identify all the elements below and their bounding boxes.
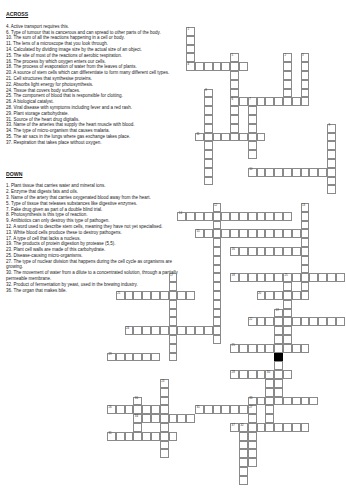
crossword-cell[interactable]	[248, 115, 257, 124]
crossword-cell[interactable]	[274, 97, 283, 106]
crossword-cell[interactable]	[283, 168, 292, 177]
crossword-cell[interactable]	[327, 185, 336, 194]
crossword-cell[interactable]	[274, 397, 283, 406]
crossword-cell[interactable]	[133, 353, 142, 362]
crossword-cell[interactable]	[283, 97, 292, 106]
crossword-cell[interactable]	[318, 168, 327, 177]
crossword-cell[interactable]	[248, 124, 257, 133]
crossword-cell[interactable]	[213, 265, 222, 274]
crossword-cell[interactable]: 22	[248, 317, 257, 326]
crossword-cell[interactable]	[213, 291, 222, 300]
crossword-cell[interactable]	[292, 397, 301, 406]
crossword-cell[interactable]	[204, 115, 213, 124]
crossword-cell[interactable]	[248, 344, 257, 353]
crossword-cell[interactable]	[265, 344, 274, 353]
crossword-cell[interactable]	[239, 432, 248, 441]
crossword-cell[interactable]	[336, 317, 345, 326]
crossword-cell[interactable]: 14	[177, 212, 186, 221]
crossword-cell[interactable]	[230, 212, 239, 221]
crossword-cell[interactable]	[327, 177, 336, 186]
crossword-cell[interactable]	[160, 414, 169, 423]
crossword-cell[interactable]	[142, 291, 151, 300]
crossword-cell[interactable]	[257, 423, 266, 432]
crossword-cell[interactable]	[309, 273, 318, 282]
crossword-cell[interactable]: 13	[301, 203, 310, 212]
crossword-cell[interactable]: 35	[195, 405, 204, 414]
crossword-cell[interactable]: 24	[125, 326, 134, 335]
crossword-cell[interactable]	[239, 97, 248, 106]
crossword-cell[interactable]	[292, 247, 301, 256]
crossword-cell[interactable]	[301, 265, 310, 274]
crossword-cell[interactable]	[283, 291, 292, 300]
crossword-cell[interactable]	[301, 423, 310, 432]
crossword-cell[interactable]	[213, 212, 222, 221]
crossword-cell[interactable]	[301, 247, 310, 256]
crossword-cell[interactable]	[265, 212, 274, 221]
crossword-cell[interactable]	[274, 168, 283, 177]
crossword-cell[interactable]	[327, 150, 336, 159]
crossword-cell[interactable]	[327, 133, 336, 142]
crossword-cell[interactable]	[274, 291, 283, 300]
crossword-cell[interactable]	[248, 449, 257, 458]
crossword-cell[interactable]	[204, 177, 213, 186]
crossword-cell[interactable]: 12	[213, 203, 222, 212]
crossword-cell[interactable]	[248, 150, 257, 159]
crossword-cell[interactable]	[248, 247, 257, 256]
crossword-cell[interactable]	[257, 317, 266, 326]
crossword-cell[interactable]	[204, 62, 213, 71]
crossword-cell[interactable]	[213, 282, 222, 291]
crossword-cell[interactable]	[160, 441, 169, 450]
crossword-cell[interactable]	[151, 291, 160, 300]
crossword-cell[interactable]	[142, 432, 151, 441]
crossword-cell[interactable]	[309, 168, 318, 177]
crossword-cell[interactable]	[265, 229, 274, 238]
crossword-cell[interactable]	[204, 212, 213, 221]
crossword-cell[interactable]	[204, 141, 213, 150]
crossword-cell[interactable]	[204, 150, 213, 159]
crossword-cell[interactable]	[204, 326, 213, 335]
crossword-cell[interactable]	[133, 423, 142, 432]
crossword-cell[interactable]	[274, 273, 283, 282]
crossword-cell[interactable]	[133, 432, 142, 441]
crossword-cell[interactable]	[213, 309, 222, 318]
crossword-cell[interactable]	[239, 458, 248, 467]
crossword-cell[interactable]	[301, 282, 310, 291]
crossword-cell[interactable]	[257, 97, 266, 106]
crossword-cell[interactable]	[133, 405, 142, 414]
cell-number: 10	[249, 168, 252, 171]
crossword-cell[interactable]: 37	[230, 423, 239, 432]
crossword-cell[interactable]	[213, 335, 222, 344]
crossword-cell[interactable]	[257, 247, 266, 256]
crossword-cell[interactable]	[283, 317, 292, 326]
crossword-cell[interactable]	[248, 133, 257, 142]
crossword-cell[interactable]	[213, 273, 222, 282]
crossword-cell[interactable]: 10	[248, 168, 257, 177]
crossword-cell[interactable]	[213, 247, 222, 256]
crossword-cell[interactable]	[301, 291, 310, 300]
crossword-cell[interactable]	[327, 273, 336, 282]
crossword-cell[interactable]	[301, 221, 310, 230]
crossword-cell[interactable]	[204, 229, 213, 238]
crossword-cell[interactable]	[142, 326, 151, 335]
crossword-cell[interactable]	[221, 405, 230, 414]
crossword-cell[interactable]	[239, 133, 248, 142]
crossword-cell[interactable]: 16	[230, 247, 239, 256]
crossword-cell[interactable]	[230, 124, 239, 133]
crossword-cell[interactable]	[239, 344, 248, 353]
crossword-cell[interactable]	[239, 273, 248, 282]
crossword-cell[interactable]: 2	[283, 53, 292, 62]
crossword-cell[interactable]	[169, 335, 178, 344]
crossword-cell[interactable]	[274, 335, 283, 344]
crossword-cell[interactable]	[213, 221, 222, 230]
crossword-cell[interactable]	[265, 273, 274, 282]
crossword-cell[interactable]	[274, 326, 283, 335]
crossword-cell[interactable]	[274, 423, 283, 432]
crossword-cell[interactable]	[248, 370, 257, 379]
crossword-cell[interactable]: 20	[257, 291, 266, 300]
crossword-cell[interactable]	[301, 344, 310, 353]
crossword-cell[interactable]	[213, 229, 222, 238]
crossword-cell[interactable]: 25	[230, 344, 239, 353]
crossword-cell[interactable]	[204, 106, 213, 115]
crossword-cell[interactable]	[239, 370, 248, 379]
crossword-cell[interactable]	[151, 405, 160, 414]
crossword-cell[interactable]	[230, 62, 239, 71]
crossword-cell[interactable]: 9	[327, 124, 336, 133]
crossword-cell[interactable]	[309, 317, 318, 326]
crossword-cell[interactable]	[221, 62, 230, 71]
crossword-cell[interactable]	[221, 229, 230, 238]
crossword-cell[interactable]	[125, 405, 134, 414]
crossword-cell[interactable]	[204, 133, 213, 142]
crossword-cell[interactable]	[301, 397, 310, 406]
crossword-cell[interactable]	[239, 405, 248, 414]
crossword-cell[interactable]	[213, 238, 222, 247]
crossword-cell[interactable]	[257, 344, 266, 353]
crossword-cell[interactable]	[301, 89, 310, 98]
crossword-cell[interactable]: 3	[301, 53, 310, 62]
crossword-cell[interactable]	[142, 405, 151, 414]
crossword-cell[interactable]	[283, 370, 292, 379]
crossword-cell[interactable]	[283, 397, 292, 406]
crossword-cell[interactable]	[327, 141, 336, 150]
crossword-cell[interactable]	[213, 405, 222, 414]
crossword-cell[interactable]	[230, 133, 239, 142]
crossword-cell[interactable]	[213, 326, 222, 335]
crossword-cell[interactable]	[248, 423, 257, 432]
crossword-cell[interactable]	[177, 414, 186, 423]
crossword-cell[interactable]	[292, 168, 301, 177]
crossword-cell[interactable]	[169, 344, 178, 353]
crossword-cell[interactable]	[265, 317, 274, 326]
crossword-cell[interactable]	[265, 291, 274, 300]
crossword-cell[interactable]	[133, 326, 142, 335]
crossword-cell[interactable]	[309, 397, 318, 406]
crossword-cell[interactable]: 36	[133, 397, 142, 406]
crossword-cell[interactable]	[169, 291, 178, 300]
crossword-cell[interactable]	[248, 273, 257, 282]
crossword-cell[interactable]	[239, 247, 248, 256]
crossword-cell[interactable]	[169, 414, 178, 423]
crossword-cell[interactable]	[327, 168, 336, 177]
crossword-cell[interactable]	[301, 229, 310, 238]
crossword-cell[interactable]	[221, 133, 230, 142]
crossword-cell[interactable]	[274, 370, 283, 379]
crossword-cell[interactable]	[186, 45, 195, 54]
crossword-cell[interactable]	[213, 300, 222, 309]
crossword-cell[interactable]	[186, 326, 195, 335]
crossword-cell[interactable]	[160, 449, 169, 458]
crossword-cell[interactable]	[327, 317, 336, 326]
crossword-cell[interactable]	[160, 432, 169, 441]
crossword-cell[interactable]	[169, 317, 178, 326]
crossword-cell[interactable]	[125, 291, 134, 300]
crossword-cell[interactable]	[169, 432, 178, 441]
crossword-cell[interactable]	[283, 423, 292, 432]
crossword-cell[interactable]	[301, 97, 310, 106]
cell-number: 25	[284, 274, 287, 277]
crossword-cell[interactable]	[186, 212, 195, 221]
crossword-cell[interactable]	[204, 97, 213, 106]
crossword-cell[interactable]	[283, 80, 292, 89]
crossword-cell[interactable]	[239, 467, 248, 476]
crossword-cell[interactable]	[160, 388, 169, 397]
cell-number: 29	[108, 353, 111, 356]
crossword-cell[interactable]	[169, 326, 178, 335]
crossword-cell[interactable]	[257, 212, 266, 221]
crossword-cell[interactable]: 26	[107, 405, 116, 414]
crossword-cell[interactable]	[177, 291, 186, 300]
crossword-cell[interactable]	[204, 124, 213, 133]
crossword-cell[interactable]	[301, 273, 310, 282]
crossword-cell[interactable]	[318, 317, 327, 326]
crossword-cell[interactable]	[239, 441, 248, 450]
crossword-cell[interactable]	[248, 229, 257, 238]
crossword-cell[interactable]	[301, 168, 310, 177]
crossword-cell[interactable]	[195, 326, 204, 335]
crossword-cell[interactable]	[301, 317, 310, 326]
crossword-cell[interactable]: 4	[186, 62, 195, 71]
crossword-cell[interactable]: 6	[230, 97, 239, 106]
crossword-cell[interactable]: 28	[230, 370, 239, 379]
crossword-cell[interactable]	[248, 441, 257, 450]
crossword-cell[interactable]	[283, 326, 292, 335]
crossword-cell[interactable]	[257, 229, 266, 238]
crossword-cell[interactable]	[283, 344, 292, 353]
crossword-cell[interactable]	[257, 273, 266, 282]
crossword-cell[interactable]	[292, 229, 301, 238]
crossword-cell[interactable]	[292, 423, 301, 432]
crossword-cell[interactable]	[265, 397, 274, 406]
crossword-cell[interactable]	[257, 133, 266, 142]
crossword-cell[interactable]: 27	[248, 405, 257, 414]
crossword-cell[interactable]	[265, 97, 274, 106]
crossword-cell[interactable]	[301, 238, 310, 247]
crossword-cell[interactable]	[283, 89, 292, 98]
crossword-cell[interactable]	[248, 432, 257, 441]
crossword-cell[interactable]	[116, 432, 125, 441]
crossword-cell[interactable]	[265, 405, 274, 414]
crossword-cell[interactable]	[151, 414, 160, 423]
crossword-cell[interactable]	[160, 405, 169, 414]
crossword-cell[interactable]	[292, 97, 301, 106]
crossword-cell[interactable]	[283, 282, 292, 291]
crossword-cell[interactable]	[230, 80, 239, 89]
crossword-cell[interactable]	[248, 141, 257, 150]
crossword-cell[interactable]	[204, 159, 213, 168]
crossword-cell[interactable]	[239, 62, 248, 71]
crossword-cell[interactable]: 25	[283, 273, 292, 282]
crossword-cell[interactable]: 30	[265, 370, 274, 379]
crossword-cell[interactable]	[265, 414, 274, 423]
crossword-cell[interactable]	[265, 168, 274, 177]
crossword-cell[interactable]	[327, 159, 336, 168]
crossword-cell[interactable]	[186, 36, 195, 45]
crossword-cell[interactable]	[257, 397, 266, 406]
crossword-cell[interactable]	[177, 326, 186, 335]
crossword-cell[interactable]	[169, 353, 178, 362]
crossword-cell[interactable]	[265, 379, 274, 388]
crossword-cell[interactable]	[116, 353, 125, 362]
crossword-cell[interactable]	[274, 247, 283, 256]
crossword-cell[interactable]	[142, 353, 151, 362]
crossword-cell[interactable]	[274, 229, 283, 238]
crossword-cell[interactable]	[283, 247, 292, 256]
crossword-cell[interactable]	[248, 458, 257, 467]
crossword-cell[interactable]	[239, 449, 248, 458]
crossword-cell[interactable]: 7	[248, 97, 257, 106]
crossword-cell[interactable]: 8	[204, 89, 213, 98]
crossword-cell[interactable]	[230, 405, 239, 414]
cell-number: 17	[170, 274, 173, 277]
crossword-cell[interactable]: 32	[239, 423, 248, 432]
cell-number: 8	[205, 89, 207, 92]
cell-number: 26	[108, 406, 111, 409]
crossword-cell[interactable]: 34	[133, 414, 142, 423]
cell-number: 3	[302, 54, 304, 57]
crossword-cell[interactable]	[292, 291, 301, 300]
crossword-cell[interactable]	[151, 326, 160, 335]
crossword-cell[interactable]: 15	[195, 229, 204, 238]
crossword-cell[interactable]	[116, 405, 125, 414]
crossword-cell[interactable]	[265, 247, 274, 256]
crossword-cell[interactable]	[257, 370, 266, 379]
crossword-cell[interactable]	[160, 291, 169, 300]
crossword-cell[interactable]: 18	[230, 273, 239, 282]
crossword-cell[interactable]	[274, 361, 283, 370]
crossword-cell[interactable]: 23	[160, 379, 169, 388]
crossword-cell[interactable]	[283, 212, 292, 221]
crossword-cell[interactable]	[186, 291, 195, 300]
crossword-cell[interactable]	[274, 212, 283, 221]
crossword-cell[interactable]	[292, 344, 301, 353]
crossword-cell[interactable]	[133, 291, 142, 300]
crossword-cell[interactable]	[265, 388, 274, 397]
crossword-cell[interactable]	[301, 71, 310, 80]
crossword-cell[interactable]: 5	[230, 53, 239, 62]
crossword-cell[interactable]	[204, 168, 213, 177]
crossword-cell[interactable]	[239, 229, 248, 238]
crossword-cell[interactable]	[301, 80, 310, 89]
crossword-cell[interactable]: 11	[195, 133, 204, 142]
crossword-cell[interactable]	[213, 62, 222, 71]
crossword-cell[interactable]	[230, 89, 239, 98]
crossword-cell[interactable]	[274, 344, 283, 353]
crossword-cell[interactable]	[336, 273, 345, 282]
crossword-cell[interactable]	[160, 326, 169, 335]
crossword-cell[interactable]: 21	[116, 291, 125, 300]
crossword-cell[interactable]	[169, 309, 178, 318]
crossword-cell[interactable]	[318, 273, 327, 282]
crossword-cell[interactable]	[248, 414, 257, 423]
crossword-cell[interactable]	[160, 397, 169, 406]
crossword-cell[interactable]	[274, 317, 283, 326]
crossword-cell[interactable]: 29	[107, 353, 116, 362]
crossword-cell[interactable]	[283, 309, 292, 318]
crossword-cell[interactable]	[151, 353, 160, 362]
crossword-cell[interactable]	[125, 353, 134, 362]
crossword-cell[interactable]	[301, 62, 310, 71]
crossword-cell[interactable]	[248, 212, 257, 221]
crossword-cell[interactable]	[125, 432, 134, 441]
crossword-cell[interactable]	[301, 212, 310, 221]
crossword-cell[interactable]	[283, 71, 292, 80]
crossword-cell[interactable]	[213, 317, 222, 326]
crossword-cell[interactable]	[283, 335, 292, 344]
crossword-cell[interactable]	[195, 212, 204, 221]
crossword-cell[interactable]	[292, 273, 301, 282]
crossword-cell[interactable]	[186, 414, 195, 423]
crossword-cell[interactable]	[230, 71, 239, 80]
crossword-cell[interactable]	[169, 282, 178, 291]
crossword-cell[interactable]	[230, 106, 239, 115]
crossword-cell[interactable]: 31	[107, 432, 116, 441]
cell-number: 11	[196, 133, 199, 136]
crossword-cell[interactable]	[142, 414, 151, 423]
crossword-cell[interactable]	[204, 405, 213, 414]
cell-number: 22	[249, 318, 252, 321]
crossword-cell[interactable]: 19	[274, 309, 283, 318]
crossword-cell[interactable]	[195, 62, 204, 71]
crossword-cell[interactable]	[151, 432, 160, 441]
crossword-cell[interactable]	[283, 300, 292, 309]
crossword-cell[interactable]	[169, 300, 178, 309]
crossword-cell[interactable]	[213, 256, 222, 265]
crossword-cell[interactable]	[160, 423, 169, 432]
crossword-cell[interactable]: 1	[186, 27, 195, 36]
crossword-cell[interactable]	[186, 53, 195, 62]
crossword-cell[interactable]	[257, 168, 266, 177]
crossword-cell[interactable]	[292, 317, 301, 326]
crossword-cell[interactable]	[213, 133, 222, 142]
crossword-cell[interactable]	[248, 106, 257, 115]
crossword-cell[interactable]	[239, 212, 248, 221]
crossword-cell[interactable]	[230, 229, 239, 238]
crossword-cell[interactable]	[283, 62, 292, 71]
crossword-cell[interactable]	[265, 423, 274, 432]
crossword-cell[interactable]	[239, 476, 248, 485]
crossword-cell[interactable]	[283, 229, 292, 238]
crossword-cell[interactable]	[274, 379, 283, 388]
crossword-cell[interactable]	[274, 388, 283, 397]
crossword-cell[interactable]	[301, 256, 310, 265]
crossword-cell[interactable]	[221, 212, 230, 221]
crossword-cell[interactable]	[230, 115, 239, 124]
crossword-cell[interactable]: 17	[169, 273, 178, 282]
